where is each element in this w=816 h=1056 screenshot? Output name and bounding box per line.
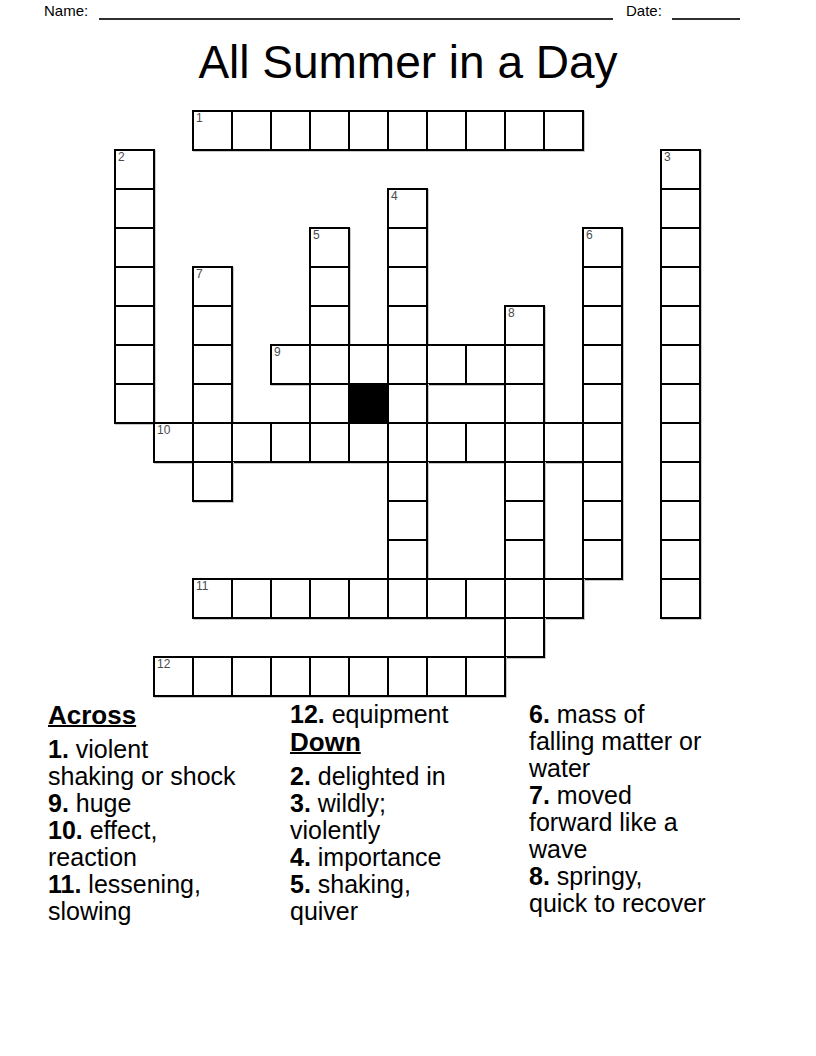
grid-cell[interactable] — [660, 344, 701, 385]
grid-cell[interactable]: 7 — [192, 266, 233, 307]
grid-cell[interactable] — [387, 110, 428, 151]
clue-text: mass of falling matter or water — [529, 700, 701, 782]
grid-cell[interactable] — [114, 383, 155, 424]
grid-cell[interactable] — [114, 227, 155, 268]
grid-cell[interactable] — [270, 578, 311, 619]
grid-cell[interactable] — [426, 422, 467, 463]
clue-item: 3. wildly; violently — [290, 790, 512, 844]
grid-cell[interactable] — [231, 422, 272, 463]
grid-cell[interactable] — [426, 656, 467, 697]
clue-number: 3. — [290, 789, 311, 817]
clue-number: 9. — [48, 789, 69, 817]
cell-number: 5 — [313, 229, 320, 242]
grid-cell[interactable] — [231, 656, 272, 697]
cell-number: 9 — [274, 346, 281, 359]
grid-cell[interactable] — [309, 578, 350, 619]
clue-list-header: Down — [290, 728, 512, 757]
grid-cell[interactable] — [504, 500, 545, 541]
clue-text: violent shaking or shock — [48, 735, 236, 790]
clue-text: importance — [311, 843, 442, 871]
grid-cell[interactable] — [114, 305, 155, 346]
cell-number: 7 — [196, 268, 203, 281]
grid-cell[interactable] — [387, 305, 428, 346]
grid-cell[interactable] — [582, 266, 623, 307]
grid-cell[interactable] — [504, 461, 545, 502]
grid-cell[interactable] — [465, 578, 506, 619]
clue-number: 8. — [529, 862, 550, 890]
grid-cell[interactable] — [660, 305, 701, 346]
grid-cell[interactable]: 9 — [270, 344, 311, 385]
clue-column-2: 12. equipmentDown2. delighted in3. wildl… — [290, 701, 512, 925]
grid-cell[interactable] — [309, 266, 350, 307]
name-field[interactable] — [99, 2, 613, 20]
clue-item: 7. moved forward like a wave — [529, 782, 774, 863]
clue-text: delighted in — [311, 762, 446, 790]
clue-number: 10. — [48, 816, 83, 844]
clue-item: 4. importance — [290, 844, 512, 871]
clue-number: 4. — [290, 843, 311, 871]
clue-item: 6. mass of falling matter or water — [529, 701, 774, 782]
grid-cell[interactable] — [387, 227, 428, 268]
grid-cell[interactable] — [660, 422, 701, 463]
clue-number: 5. — [290, 870, 311, 898]
grid-cell[interactable] — [114, 266, 155, 307]
grid-cell[interactable] — [387, 383, 428, 424]
date-field[interactable] — [672, 2, 740, 20]
grid-cell[interactable] — [309, 110, 350, 151]
grid-cell[interactable] — [465, 422, 506, 463]
grid-cell[interactable] — [348, 344, 389, 385]
grid-cell[interactable] — [114, 188, 155, 229]
grid-cell[interactable] — [192, 656, 233, 697]
grid-cell[interactable] — [465, 110, 506, 151]
clue-number: 7. — [529, 781, 550, 809]
clue-item: 2. delighted in — [290, 763, 512, 790]
grid-cell[interactable] — [660, 383, 701, 424]
grid-cell[interactable] — [504, 383, 545, 424]
grid-cell[interactable]: 2 — [114, 149, 155, 190]
cell-number: 11 — [196, 580, 208, 593]
grid-cell[interactable] — [387, 461, 428, 502]
grid-cell[interactable]: 6 — [582, 227, 623, 268]
grid-cell[interactable]: 8 — [504, 305, 545, 346]
grid-cell[interactable] — [660, 578, 701, 619]
grid-cell[interactable] — [309, 305, 350, 346]
grid-cell[interactable] — [582, 539, 623, 580]
grid-cell[interactable]: 1 — [192, 110, 233, 151]
cell-number: 6 — [586, 229, 593, 242]
cell-number: 4 — [391, 190, 398, 203]
grid-cell[interactable] — [504, 539, 545, 580]
clue-number: 6. — [529, 700, 550, 728]
name-label: Name: — [44, 2, 88, 19]
grid-cell[interactable] — [192, 461, 233, 502]
grid-cell[interactable] — [582, 383, 623, 424]
clue-item: 5. shaking, quiver — [290, 871, 512, 925]
grid-cell[interactable] — [231, 110, 272, 151]
cell-number: 1 — [196, 112, 203, 125]
grid-cell[interactable] — [387, 266, 428, 307]
worksheet-page: Name: Date: All Summer in a Day 12345678… — [0, 0, 816, 1056]
grid-cell[interactable] — [660, 539, 701, 580]
grid-cell[interactable] — [660, 461, 701, 502]
grid-cell[interactable] — [426, 578, 467, 619]
page-title: All Summer in a Day — [0, 36, 816, 88]
black-cell — [348, 383, 389, 424]
grid-cell[interactable] — [192, 305, 233, 346]
grid-cell[interactable] — [426, 110, 467, 151]
cell-number: 3 — [664, 151, 671, 164]
grid-cell[interactable]: 10 — [153, 422, 194, 463]
grid-cell[interactable] — [660, 188, 701, 229]
clue-item: 8. springy, quick to recover — [529, 863, 774, 917]
grid-cell[interactable] — [387, 422, 428, 463]
clue-text: huge — [69, 789, 132, 817]
grid-cell[interactable] — [309, 422, 350, 463]
grid-cell[interactable] — [192, 344, 233, 385]
grid-cell[interactable] — [270, 422, 311, 463]
grid-cell[interactable] — [426, 344, 467, 385]
grid-cell[interactable] — [582, 344, 623, 385]
grid-cell[interactable] — [504, 617, 545, 658]
grid-cell[interactable]: 12 — [153, 656, 194, 697]
clue-list-header: Across — [48, 701, 270, 730]
grid-cell[interactable] — [387, 539, 428, 580]
grid-cell[interactable] — [504, 578, 545, 619]
grid-cell[interactable] — [270, 656, 311, 697]
cell-number: 10 — [157, 424, 170, 437]
grid-cell[interactable] — [348, 422, 389, 463]
grid-cell[interactable] — [231, 578, 272, 619]
grid-cell[interactable] — [582, 500, 623, 541]
grid-cell[interactable] — [348, 578, 389, 619]
grid-cell[interactable] — [114, 344, 155, 385]
grid-cell[interactable] — [192, 383, 233, 424]
date-label: Date: — [626, 2, 662, 19]
grid-cell[interactable] — [504, 110, 545, 151]
cell-number: 2 — [118, 151, 125, 164]
clue-item: 1. violent shaking or shock — [48, 736, 270, 790]
grid-cell[interactable] — [465, 656, 506, 697]
grid-cell[interactable] — [543, 578, 584, 619]
cell-number: 8 — [508, 307, 515, 320]
grid-cell[interactable]: 3 — [660, 149, 701, 190]
grid-cell[interactable] — [582, 305, 623, 346]
clue-column-3: 6. mass of falling matter or water7. mov… — [529, 701, 774, 917]
grid-cell[interactable] — [387, 500, 428, 541]
clue-item: 12. equipment — [290, 701, 512, 728]
grid-cell[interactable] — [660, 266, 701, 307]
grid-cell[interactable] — [582, 461, 623, 502]
grid-cell[interactable] — [660, 500, 701, 541]
grid-cell[interactable] — [348, 110, 389, 151]
cell-number: 12 — [157, 658, 170, 671]
clue-item: 11. lessening, slowing — [48, 871, 270, 925]
grid-cell[interactable] — [582, 422, 623, 463]
grid-cell[interactable] — [387, 578, 428, 619]
grid-cell[interactable]: 5 — [309, 227, 350, 268]
grid-cell[interactable] — [309, 344, 350, 385]
clue-item: 9. huge — [48, 790, 270, 817]
clue-number: 12. — [290, 700, 325, 728]
grid-cell[interactable]: 11 — [192, 578, 233, 619]
grid-cell[interactable] — [270, 110, 311, 151]
clue-number: 1. — [48, 735, 69, 763]
clue-column-1: Across1. violent shaking or shock9. huge… — [48, 701, 270, 925]
grid-cell[interactable] — [387, 656, 428, 697]
grid-cell[interactable] — [504, 344, 545, 385]
clue-number: 2. — [290, 762, 311, 790]
grid-cell[interactable] — [465, 344, 506, 385]
grid-cell[interactable] — [387, 344, 428, 385]
clue-item: 10. effect, reaction — [48, 817, 270, 871]
grid-cell[interactable]: 4 — [387, 188, 428, 229]
clue-text: moved forward like a wave — [529, 781, 678, 863]
grid-cell[interactable] — [660, 227, 701, 268]
grid-cell[interactable] — [543, 422, 584, 463]
grid-cell[interactable] — [504, 422, 545, 463]
grid-cell[interactable] — [309, 656, 350, 697]
clue-text: springy, quick to recover — [529, 862, 705, 917]
grid-cell[interactable] — [309, 383, 350, 424]
clue-number: 11. — [48, 870, 81, 898]
grid-cell[interactable] — [543, 110, 584, 151]
grid-cell[interactable] — [192, 422, 233, 463]
clue-text: equipment — [325, 700, 449, 728]
grid-cell[interactable] — [348, 656, 389, 697]
